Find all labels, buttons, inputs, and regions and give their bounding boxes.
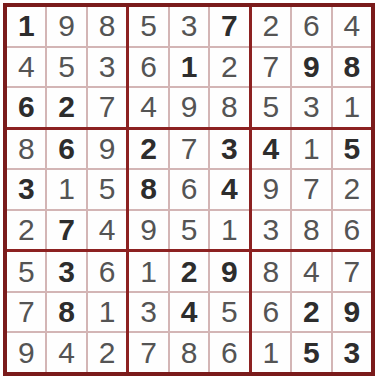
- cell-r4c5[interactable]: 7: [170, 130, 208, 169]
- box-3: 264798531: [252, 7, 371, 127]
- cell-r3c1[interactable]: 6: [7, 88, 45, 127]
- cell-r2c1[interactable]: 4: [7, 48, 45, 87]
- cell-r7c6[interactable]: 9: [210, 252, 248, 291]
- cell-r8c7[interactable]: 6: [252, 293, 290, 332]
- sudoku-frame: 1984536275376124982647985318693152742738…: [0, 0, 378, 380]
- cell-r9c7[interactable]: 1: [252, 333, 290, 372]
- box-8: 129345786: [129, 252, 248, 372]
- box-1: 198453627: [7, 7, 126, 127]
- cell-r5c9[interactable]: 2: [333, 170, 371, 209]
- cell-r5c7[interactable]: 9: [252, 170, 290, 209]
- cell-r9c4[interactable]: 7: [129, 333, 167, 372]
- cell-r6c4[interactable]: 9: [129, 211, 167, 250]
- cell-r5c2[interactable]: 1: [47, 170, 85, 209]
- cell-r7c2[interactable]: 3: [47, 252, 85, 291]
- box-2: 537612498: [129, 7, 248, 127]
- cell-r9c5[interactable]: 8: [170, 333, 208, 372]
- cell-r2c4[interactable]: 6: [129, 48, 167, 87]
- cell-r4c3[interactable]: 9: [88, 130, 126, 169]
- cell-r4c7[interactable]: 4: [252, 130, 290, 169]
- cell-r4c2[interactable]: 6: [47, 130, 85, 169]
- cell-r8c3[interactable]: 1: [88, 293, 126, 332]
- cell-r6c5[interactable]: 5: [170, 211, 208, 250]
- cell-r4c9[interactable]: 5: [333, 130, 371, 169]
- cell-r5c3[interactable]: 5: [88, 170, 126, 209]
- cell-r3c2[interactable]: 2: [47, 88, 85, 127]
- cell-r2c9[interactable]: 8: [333, 48, 371, 87]
- cell-r7c9[interactable]: 7: [333, 252, 371, 291]
- cell-r4c1[interactable]: 8: [7, 130, 45, 169]
- cell-r1c3[interactable]: 8: [88, 7, 126, 46]
- cell-r3c9[interactable]: 1: [333, 88, 371, 127]
- box-5: 273864951: [129, 130, 248, 250]
- cell-r5c1[interactable]: 3: [7, 170, 45, 209]
- cell-r7c4[interactable]: 1: [129, 252, 167, 291]
- cell-r1c2[interactable]: 9: [47, 7, 85, 46]
- cell-r1c7[interactable]: 2: [252, 7, 290, 46]
- cell-r2c7[interactable]: 7: [252, 48, 290, 87]
- cell-r7c1[interactable]: 5: [7, 252, 45, 291]
- cell-r7c8[interactable]: 4: [292, 252, 330, 291]
- cell-r3c6[interactable]: 8: [210, 88, 248, 127]
- cell-r2c2[interactable]: 5: [47, 48, 85, 87]
- cell-r6c2[interactable]: 7: [47, 211, 85, 250]
- cell-r6c1[interactable]: 2: [7, 211, 45, 250]
- cell-r5c8[interactable]: 7: [292, 170, 330, 209]
- cell-r9c1[interactable]: 9: [7, 333, 45, 372]
- cell-r8c6[interactable]: 5: [210, 293, 248, 332]
- cell-r9c9[interactable]: 3: [333, 333, 371, 372]
- cell-r6c9[interactable]: 6: [333, 211, 371, 250]
- box-9: 847629153: [252, 252, 371, 372]
- cell-r9c6[interactable]: 6: [210, 333, 248, 372]
- cell-r6c3[interactable]: 4: [88, 211, 126, 250]
- cell-r9c8[interactable]: 5: [292, 333, 330, 372]
- cell-r1c8[interactable]: 6: [292, 7, 330, 46]
- cell-r9c3[interactable]: 2: [88, 333, 126, 372]
- cell-r3c5[interactable]: 9: [170, 88, 208, 127]
- cell-r7c3[interactable]: 6: [88, 252, 126, 291]
- cell-r5c5[interactable]: 6: [170, 170, 208, 209]
- cell-r3c3[interactable]: 7: [88, 88, 126, 127]
- cell-r3c7[interactable]: 5: [252, 88, 290, 127]
- cell-r2c8[interactable]: 9: [292, 48, 330, 87]
- cell-r2c6[interactable]: 2: [210, 48, 248, 87]
- cell-r4c6[interactable]: 3: [210, 130, 248, 169]
- cell-r6c6[interactable]: 1: [210, 211, 248, 250]
- cell-r5c4[interactable]: 8: [129, 170, 167, 209]
- cell-r1c6[interactable]: 7: [210, 7, 248, 46]
- box-6: 415972386: [252, 130, 371, 250]
- cell-r8c8[interactable]: 2: [292, 293, 330, 332]
- box-7: 536781942: [7, 252, 126, 372]
- cell-r4c4[interactable]: 2: [129, 130, 167, 169]
- cell-r1c1[interactable]: 1: [7, 7, 45, 46]
- cell-r1c9[interactable]: 4: [333, 7, 371, 46]
- cell-r6c8[interactable]: 8: [292, 211, 330, 250]
- cell-r6c7[interactable]: 3: [252, 211, 290, 250]
- cell-r7c7[interactable]: 8: [252, 252, 290, 291]
- cell-r4c8[interactable]: 1: [292, 130, 330, 169]
- cell-r8c5[interactable]: 4: [170, 293, 208, 332]
- cell-r2c3[interactable]: 3: [88, 48, 126, 87]
- box-4: 869315274: [7, 130, 126, 250]
- cell-r8c1[interactable]: 7: [7, 293, 45, 332]
- sudoku-board: 1984536275376124982647985318693152742738…: [3, 3, 375, 376]
- cell-r1c5[interactable]: 3: [170, 7, 208, 46]
- cell-r1c4[interactable]: 5: [129, 7, 167, 46]
- cell-r5c6[interactable]: 4: [210, 170, 248, 209]
- cell-r8c9[interactable]: 9: [333, 293, 371, 332]
- cell-r8c4[interactable]: 3: [129, 293, 167, 332]
- cell-r9c2[interactable]: 4: [47, 333, 85, 372]
- cell-r3c4[interactable]: 4: [129, 88, 167, 127]
- cell-r2c5[interactable]: 1: [170, 48, 208, 87]
- cell-r8c2[interactable]: 8: [47, 293, 85, 332]
- cell-r7c5[interactable]: 2: [170, 252, 208, 291]
- cell-r3c8[interactable]: 3: [292, 88, 330, 127]
